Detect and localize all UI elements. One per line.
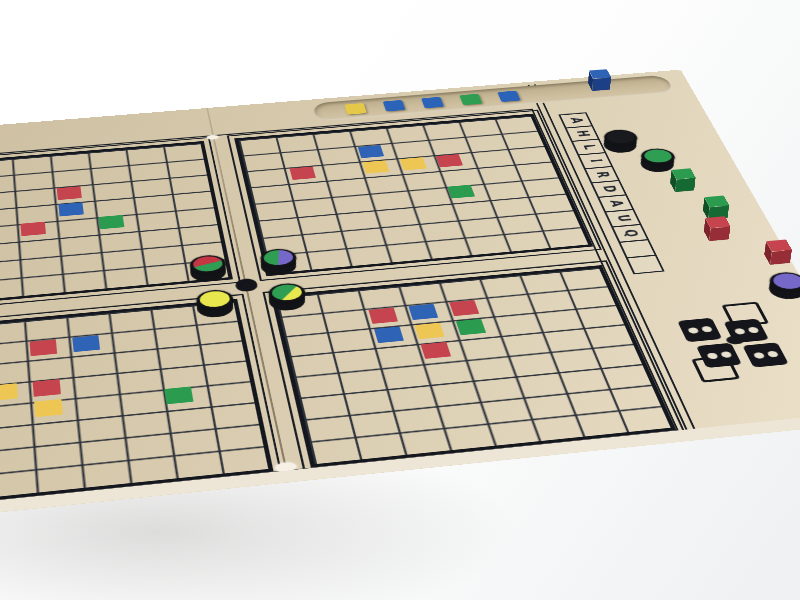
red-cube[interactable]	[290, 167, 316, 180]
yellow-cube[interactable]	[363, 160, 390, 173]
logo-outline-square	[721, 302, 769, 327]
green-cube[interactable]	[447, 185, 475, 199]
red-cube[interactable]	[21, 222, 47, 236]
scene: AHLIRDAUQ	[0, 0, 800, 600]
logo-pip-square	[696, 343, 742, 368]
green-tray-tile[interactable]	[459, 94, 482, 105]
logo-pip-square	[677, 318, 722, 342]
title-letter-box: Q	[611, 224, 650, 243]
yellow-tray-tile[interactable]	[344, 103, 367, 115]
red-cube[interactable]	[436, 154, 463, 167]
empty-letter-box	[625, 255, 664, 275]
publisher-logo	[661, 300, 800, 384]
yellow-cube[interactable]	[399, 157, 426, 170]
game-board: AHLIRDAUQ	[0, 70, 800, 527]
blue-tray-tile[interactable]	[421, 97, 444, 108]
red-cube[interactable]	[704, 229, 729, 241]
green-cube[interactable]	[670, 181, 694, 192]
red-cube[interactable]	[56, 186, 81, 200]
blue-tray-tile[interactable]	[497, 91, 520, 102]
blue-cube[interactable]	[58, 202, 83, 216]
black-token[interactable]	[600, 136, 639, 154]
blue-cube[interactable]	[358, 145, 384, 158]
purple-token[interactable]	[765, 278, 800, 300]
logo-pip-square	[724, 319, 770, 343]
logo-outline-square	[691, 355, 740, 382]
blue-cube[interactable]	[588, 81, 610, 91]
logo-center-dot	[724, 335, 746, 345]
logo-pip-square	[742, 342, 788, 367]
green-cube[interactable]	[98, 215, 124, 229]
red-cube[interactable]	[764, 253, 790, 265]
